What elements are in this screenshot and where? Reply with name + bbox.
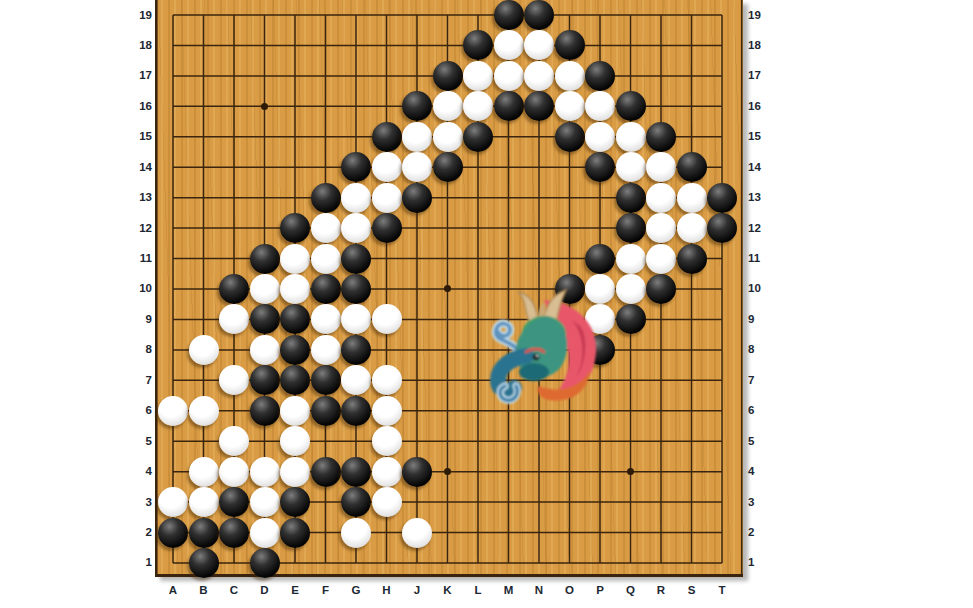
stone-white[interactable] <box>311 213 341 243</box>
row-label: 18 <box>119 39 152 52</box>
row-label: 8 <box>119 343 152 356</box>
stone-black[interactable] <box>341 396 371 426</box>
column-label: P <box>585 584 616 597</box>
row-label: 10 <box>119 282 152 295</box>
column-label: A <box>158 584 189 597</box>
stone-black[interactable] <box>646 274 676 304</box>
stone-black[interactable] <box>372 122 402 152</box>
stone-white[interactable] <box>555 91 585 121</box>
column-label: K <box>432 584 463 597</box>
stone-black[interactable] <box>646 122 676 152</box>
column-label: E <box>280 584 311 597</box>
row-label: 17 <box>119 69 152 82</box>
stone-black[interactable] <box>677 152 707 182</box>
stone-white[interactable] <box>616 152 646 182</box>
stone-black[interactable] <box>616 213 646 243</box>
stone-white[interactable] <box>158 396 188 426</box>
stone-white[interactable] <box>616 274 646 304</box>
stone-black[interactable] <box>341 244 371 274</box>
stone-black[interactable] <box>402 183 432 213</box>
stone-black[interactable] <box>707 183 737 213</box>
stone-black[interactable] <box>250 365 280 395</box>
row-label: 2 <box>119 526 152 539</box>
stone-white[interactable] <box>158 487 188 517</box>
stone-white[interactable] <box>280 396 310 426</box>
row-label: 3 <box>748 496 781 509</box>
stone-black[interactable] <box>311 274 341 304</box>
stone-white[interactable] <box>250 518 280 548</box>
stone-white[interactable] <box>402 518 432 548</box>
stone-black[interactable] <box>433 152 463 182</box>
row-label: 1 <box>119 556 152 569</box>
stone-black[interactable] <box>311 396 341 426</box>
stone-white[interactable] <box>189 396 219 426</box>
stone-white[interactable] <box>311 335 341 365</box>
column-label: N <box>524 584 555 597</box>
row-label: 17 <box>748 69 781 82</box>
star-point <box>261 103 268 110</box>
stone-white[interactable] <box>402 122 432 152</box>
stone-black[interactable] <box>555 122 585 152</box>
stone-white[interactable] <box>433 122 463 152</box>
row-label: 8 <box>748 343 781 356</box>
stone-black[interactable] <box>616 304 646 334</box>
column-label: Q <box>615 584 646 597</box>
stone-white[interactable] <box>372 396 402 426</box>
stone-black[interactable] <box>250 304 280 334</box>
column-label: M <box>493 584 524 597</box>
column-label: B <box>188 584 219 597</box>
column-label: R <box>646 584 677 597</box>
stone-white[interactable] <box>463 61 493 91</box>
stone-white[interactable] <box>189 487 219 517</box>
stone-white[interactable] <box>372 457 402 487</box>
stone-white[interactable] <box>219 457 249 487</box>
stone-black[interactable] <box>585 244 615 274</box>
stone-black[interactable] <box>219 274 249 304</box>
dragon-head-illustration <box>486 286 609 414</box>
go-board[interactable] <box>155 0 743 577</box>
stone-black[interactable] <box>372 213 402 243</box>
stone-white[interactable] <box>677 183 707 213</box>
row-label: 12 <box>748 222 781 235</box>
stone-black[interactable] <box>494 91 524 121</box>
column-label: L <box>463 584 494 597</box>
column-label: S <box>676 584 707 597</box>
row-label: 11 <box>748 252 781 265</box>
column-label: G <box>341 584 372 597</box>
stone-black[interactable] <box>341 335 371 365</box>
stone-white[interactable] <box>372 183 402 213</box>
row-label: 7 <box>119 374 152 387</box>
stone-white[interactable] <box>585 122 615 152</box>
stone-black[interactable] <box>616 183 646 213</box>
column-label: J <box>402 584 433 597</box>
stone-white[interactable] <box>219 426 249 456</box>
stone-white[interactable] <box>372 365 402 395</box>
stone-black[interactable] <box>250 548 280 578</box>
stone-white[interactable] <box>280 274 310 304</box>
stone-black[interactable] <box>280 518 310 548</box>
stone-black[interactable] <box>219 518 249 548</box>
stone-black[interactable] <box>250 396 280 426</box>
stone-black[interactable] <box>280 487 310 517</box>
row-label: 19 <box>119 9 152 22</box>
stone-white[interactable] <box>280 457 310 487</box>
stone-black[interactable] <box>494 0 524 30</box>
stone-white[interactable] <box>341 213 371 243</box>
stone-black[interactable] <box>402 457 432 487</box>
stone-black[interactable] <box>280 335 310 365</box>
stone-black[interactable] <box>158 518 188 548</box>
stone-white[interactable] <box>372 304 402 334</box>
stone-white[interactable] <box>250 274 280 304</box>
row-label: 10 <box>748 282 781 295</box>
stone-black[interactable] <box>585 61 615 91</box>
row-label: 5 <box>119 435 152 448</box>
stone-white[interactable] <box>646 213 676 243</box>
stone-white[interactable] <box>280 244 310 274</box>
row-label: 16 <box>119 100 152 113</box>
stone-white[interactable] <box>677 213 707 243</box>
stone-black[interactable] <box>341 457 371 487</box>
stone-white[interactable] <box>250 335 280 365</box>
stone-white[interactable] <box>341 518 371 548</box>
stone-white[interactable] <box>250 487 280 517</box>
stone-black[interactable] <box>219 487 249 517</box>
stone-black[interactable] <box>433 61 463 91</box>
stone-white[interactable] <box>646 183 676 213</box>
stone-white[interactable] <box>524 61 554 91</box>
stone-black[interactable] <box>189 518 219 548</box>
row-label: 9 <box>748 313 781 326</box>
row-label: 15 <box>748 130 781 143</box>
row-label: 15 <box>119 130 152 143</box>
row-label: 13 <box>119 191 152 204</box>
stone-black[interactable] <box>250 244 280 274</box>
stone-black[interactable] <box>707 213 737 243</box>
row-label: 18 <box>748 39 781 52</box>
column-label: F <box>310 584 341 597</box>
stone-white[interactable] <box>494 61 524 91</box>
row-label: 11 <box>119 252 152 265</box>
stone-white[interactable] <box>189 335 219 365</box>
stone-white[interactable] <box>616 122 646 152</box>
stone-black[interactable] <box>311 457 341 487</box>
row-label: 5 <box>748 435 781 448</box>
row-label: 6 <box>748 404 781 417</box>
column-label: C <box>219 584 250 597</box>
stone-white[interactable] <box>311 244 341 274</box>
stone-black[interactable] <box>555 30 585 60</box>
row-label: 4 <box>119 465 152 478</box>
stone-black[interactable] <box>280 213 310 243</box>
stone-white[interactable] <box>646 244 676 274</box>
stone-white[interactable] <box>372 152 402 182</box>
stone-black[interactable] <box>189 548 219 578</box>
row-label: 12 <box>119 222 152 235</box>
stone-black[interactable] <box>524 0 554 30</box>
row-label: 3 <box>119 496 152 509</box>
row-label: 1 <box>748 556 781 569</box>
stone-black[interactable] <box>311 365 341 395</box>
stone-white[interactable] <box>372 426 402 456</box>
stone-white[interactable] <box>372 487 402 517</box>
column-label: O <box>554 584 585 597</box>
row-label: 14 <box>119 161 152 174</box>
stone-white[interactable] <box>494 30 524 60</box>
stone-black[interactable] <box>341 487 371 517</box>
stone-white[interactable] <box>189 457 219 487</box>
row-label: 2 <box>748 526 781 539</box>
stone-black[interactable] <box>677 244 707 274</box>
stone-white[interactable] <box>555 61 585 91</box>
row-label: 13 <box>748 191 781 204</box>
stone-white[interactable] <box>433 91 463 121</box>
stone-white[interactable] <box>616 244 646 274</box>
row-label: 19 <box>748 9 781 22</box>
stone-white[interactable] <box>250 457 280 487</box>
stone-white[interactable] <box>341 183 371 213</box>
stone-white[interactable] <box>311 304 341 334</box>
row-label: 16 <box>748 100 781 113</box>
stone-black[interactable] <box>616 91 646 121</box>
row-label: 9 <box>119 313 152 326</box>
column-label: T <box>707 584 738 597</box>
page: { "game": "Go (19x19)", "board": { "size… <box>0 0 973 608</box>
stone-black[interactable] <box>463 122 493 152</box>
column-label: D <box>249 584 280 597</box>
row-label: 7 <box>748 374 781 387</box>
column-label: H <box>371 584 402 597</box>
stone-black[interactable] <box>311 183 341 213</box>
stone-black[interactable] <box>341 274 371 304</box>
stone-white[interactable] <box>280 426 310 456</box>
row-label: 14 <box>748 161 781 174</box>
row-label: 4 <box>748 465 781 478</box>
row-label: 6 <box>119 404 152 417</box>
